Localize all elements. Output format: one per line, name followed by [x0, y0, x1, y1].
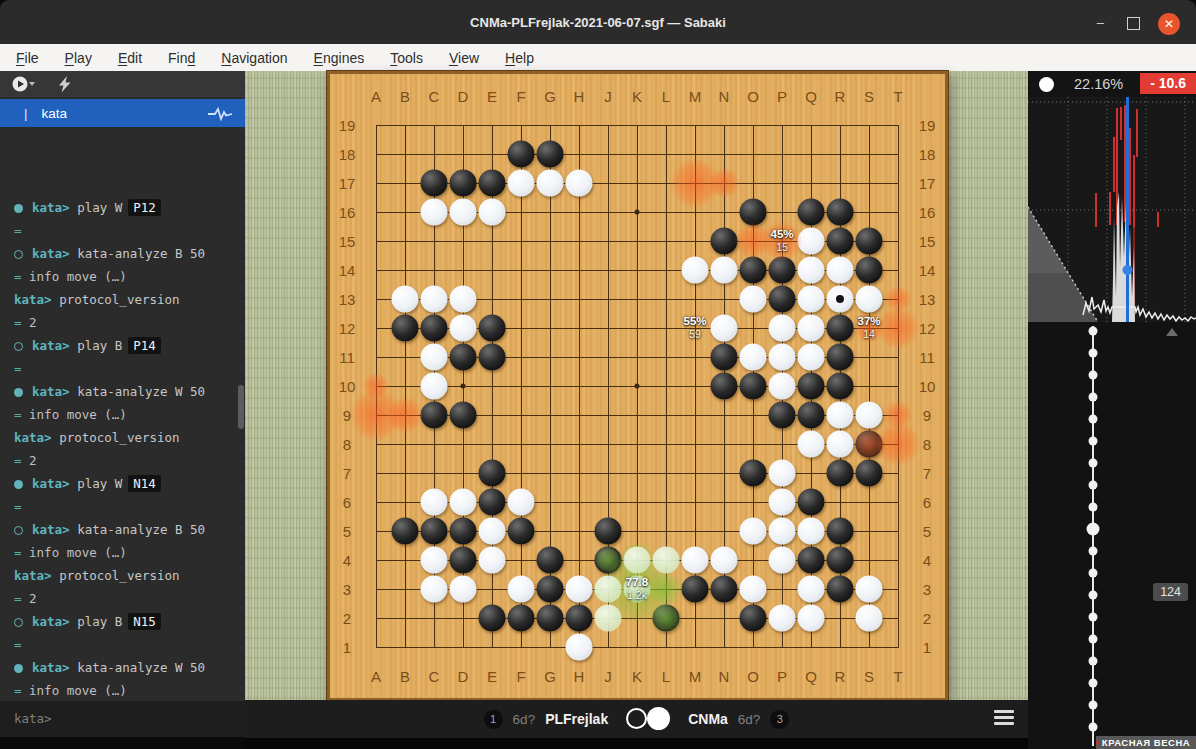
- console-input[interactable]: kata>: [0, 701, 245, 737]
- coord-left-label: 8: [343, 436, 351, 453]
- coord-bottom-label: M: [689, 668, 702, 685]
- black-stone-S7[interactable]: [856, 460, 883, 487]
- current-player-toggle[interactable]: [624, 706, 672, 732]
- black-stone-E2[interactable]: [479, 605, 506, 632]
- engine-name: kata: [41, 106, 67, 121]
- coord-bottom-label: A: [371, 668, 381, 685]
- console-line: = info move (…): [0, 541, 245, 564]
- white-stone-C16[interactable]: [421, 199, 448, 226]
- coord-right-label: 7: [923, 465, 931, 482]
- black-stone-B12[interactable]: [392, 315, 419, 342]
- watermark-dot: [1096, 741, 1100, 745]
- coord-bottom-label: K: [632, 668, 642, 685]
- black-stone-R15[interactable]: [827, 228, 854, 255]
- menu-file[interactable]: File: [16, 50, 39, 66]
- coord-top-label: R: [835, 88, 846, 105]
- white-stone-C11[interactable]: [421, 344, 448, 371]
- white-to-move-icon: [1039, 77, 1054, 92]
- white-stone-Q2[interactable]: [798, 605, 825, 632]
- black-stone-R5[interactable]: [827, 518, 854, 545]
- black-stone-J4[interactable]: [595, 547, 622, 574]
- coord-right-label: 13: [919, 291, 936, 308]
- black-stone-bullet-icon: [14, 204, 23, 213]
- tree-node[interactable]: [1089, 481, 1098, 490]
- menu-view[interactable]: View: [449, 50, 479, 66]
- white-stone-E16[interactable]: [479, 199, 506, 226]
- coord-right-label: 19: [919, 117, 936, 134]
- white-stone-R8[interactable]: [827, 431, 854, 458]
- black-stone-Q6[interactable]: [798, 489, 825, 516]
- white-stone-P2[interactable]: [769, 605, 796, 632]
- watermark: КРАСНАЯ ВЕСНА: [1096, 736, 1196, 749]
- black-player-name: PLFrejlak: [545, 711, 608, 727]
- coord-bottom-label: F: [516, 668, 525, 685]
- star-point: [635, 384, 640, 389]
- white-stone-P4[interactable]: [769, 547, 796, 574]
- coord-top-label: M: [689, 88, 702, 105]
- tree-node[interactable]: [1089, 723, 1098, 732]
- black-captures-badge: 1: [484, 710, 503, 729]
- coord-right-label: 2: [923, 610, 931, 627]
- coord-left-label: 5: [343, 523, 351, 540]
- black-stone-R11[interactable]: [827, 344, 854, 371]
- black-stone-S15[interactable]: [856, 228, 883, 255]
- coord-right-label: 15: [919, 233, 936, 250]
- white-stone-C6[interactable]: [421, 489, 448, 516]
- gtp-console-log: kata> play WP12=kata> kata-analyze B 50=…: [0, 196, 245, 702]
- star-point: [461, 384, 466, 389]
- black-stone-Q10[interactable]: [798, 373, 825, 400]
- tree-node[interactable]: [1089, 701, 1098, 710]
- tree-node[interactable]: [1089, 459, 1098, 468]
- white-stone-F3[interactable]: [508, 576, 535, 603]
- white-player-name: CNMa: [688, 711, 728, 727]
- analysis-panel: 22.16% - 10.6: [1028, 71, 1196, 749]
- console-line: kata> protocol_version: [0, 564, 245, 587]
- white-stone-G17[interactable]: [537, 170, 564, 197]
- white-stone-H17[interactable]: [566, 170, 593, 197]
- tree-node[interactable]: [1089, 371, 1098, 380]
- coord-left-label: 13: [339, 291, 356, 308]
- ghost-move-J3[interactable]: [595, 576, 622, 603]
- ghost-move-L4[interactable]: [653, 547, 680, 574]
- white-stone-Q15[interactable]: [798, 228, 825, 255]
- coord-top-label: D: [458, 88, 469, 105]
- white-stone-C4[interactable]: [421, 547, 448, 574]
- coord-top-label: N: [719, 88, 730, 105]
- black-stone-C17[interactable]: [421, 170, 448, 197]
- white-stone-E4[interactable]: [479, 547, 506, 574]
- black-stone-O16[interactable]: [740, 199, 767, 226]
- white-stone-C10[interactable]: [421, 373, 448, 400]
- engine-console-panel: | kata kata> play WP12=kata> kata-analyz…: [0, 71, 245, 737]
- title-bar: CNMa-PLFrejlak-2021-06-07.sgf — Sabaki –…: [0, 0, 1196, 44]
- black-stone-D9[interactable]: [450, 402, 477, 429]
- black-stone-O7[interactable]: [740, 460, 767, 487]
- coord-bottom-label: J: [604, 668, 612, 685]
- coord-bottom-label: O: [747, 668, 759, 685]
- coord-left-label: 1: [343, 639, 351, 656]
- white-stone-P7[interactable]: [769, 460, 796, 487]
- white-stone-D13[interactable]: [450, 286, 477, 313]
- winrate-value: 22.16%: [1074, 76, 1123, 92]
- player-bar: 1 6d? PLFrejlak CNMa 6d? 3: [245, 700, 1028, 738]
- coord-left-label: 18: [339, 146, 356, 163]
- white-stone-P5[interactable]: [769, 518, 796, 545]
- coord-bottom-label: S: [864, 668, 874, 685]
- coord-top-label: H: [574, 88, 585, 105]
- white-stone-R9[interactable]: [827, 402, 854, 429]
- tree-node[interactable]: [1089, 349, 1098, 358]
- coord-right-label: 10: [919, 378, 936, 395]
- coord-top-label: C: [429, 88, 440, 105]
- console-line: =: [0, 633, 245, 656]
- engine-list-item-kata[interactable]: | kata: [0, 99, 245, 127]
- sabaki-window: CNMa-PLFrejlak-2021-06-07.sgf — Sabaki –…: [0, 0, 1196, 749]
- coord-right-label: 14: [919, 262, 936, 279]
- white-stone-R14[interactable]: [827, 257, 854, 284]
- white-stone-Q12[interactable]: [798, 315, 825, 342]
- console-line: kata> kata-analyze B 50: [0, 518, 245, 541]
- black-stone-G2[interactable]: [537, 605, 564, 632]
- white-stone-bullet-icon: [14, 526, 23, 535]
- console-line: = 2: [0, 311, 245, 334]
- white-stone-S9[interactable]: [856, 402, 883, 429]
- black-stone-F2[interactable]: [508, 605, 535, 632]
- coord-top-label: S: [864, 88, 874, 105]
- coord-bottom-label: B: [400, 668, 410, 685]
- coord-top-label: P: [777, 88, 787, 105]
- console-line: = info move (…): [0, 265, 245, 288]
- tree-node[interactable]: [1089, 503, 1098, 512]
- black-stone-H2[interactable]: [566, 605, 593, 632]
- grid-line: [376, 473, 899, 474]
- goban[interactable]: AA1919BB1818CC1717DD1616EE1515FF1414GG13…: [327, 71, 948, 701]
- black-stone-D4[interactable]: [450, 547, 477, 574]
- black-stone-C12[interactable]: [421, 315, 448, 342]
- engine-prefix: |: [24, 106, 27, 121]
- tree-node[interactable]: [1089, 393, 1098, 402]
- black-stone-D5[interactable]: [450, 518, 477, 545]
- black-stone-R7[interactable]: [827, 460, 854, 487]
- console-line: kata> protocol_version: [0, 288, 245, 311]
- menu-find[interactable]: Find: [168, 50, 195, 66]
- coord-bottom-label: N: [719, 668, 730, 685]
- start-engine-button[interactable]: [12, 76, 36, 92]
- black-stone-P14[interactable]: [769, 257, 796, 284]
- white-stone-N12[interactable]: [711, 315, 738, 342]
- coord-left-label: 4: [343, 552, 351, 569]
- grid-line: [898, 125, 899, 648]
- move-number-badge: 124: [1153, 583, 1188, 601]
- white-stone-P6[interactable]: [769, 489, 796, 516]
- white-stone-O5[interactable]: [740, 518, 767, 545]
- white-stone-S2[interactable]: [856, 605, 883, 632]
- coord-right-label: 11: [919, 349, 935, 366]
- coord-bottom-label: H: [574, 668, 585, 685]
- white-stone-P10[interactable]: [769, 373, 796, 400]
- close-button[interactable]: ✕: [1158, 13, 1180, 35]
- black-stone-D11[interactable]: [450, 344, 477, 371]
- ghost-move-K4[interactable]: [624, 547, 651, 574]
- black-stone-B5[interactable]: [392, 518, 419, 545]
- black-stone-Q16[interactable]: [798, 199, 825, 226]
- white-stone-N4[interactable]: [711, 547, 738, 574]
- black-stone-E11[interactable]: [479, 344, 506, 371]
- black-stone-F5[interactable]: [508, 518, 535, 545]
- white-stone-bullet-icon: [14, 250, 23, 259]
- game-tree[interactable]: 124: [1028, 322, 1196, 749]
- black-stone-E6[interactable]: [479, 489, 506, 516]
- console-line: kata> kata-analyze W 50: [0, 380, 245, 403]
- menu-help[interactable]: Help: [505, 50, 534, 66]
- last-move-marker: [836, 295, 844, 303]
- white-stone-Q5[interactable]: [798, 518, 825, 545]
- coord-top-label: G: [544, 88, 556, 105]
- tree-node[interactable]: [1089, 679, 1098, 688]
- console-line: kata> play WN14: [0, 472, 245, 495]
- white-stone-D6[interactable]: [450, 489, 477, 516]
- white-stone-N14[interactable]: [711, 257, 738, 284]
- black-stone-L2[interactable]: [653, 605, 680, 632]
- coord-left-label: 19: [339, 117, 356, 134]
- black-stone-O14[interactable]: [740, 257, 767, 284]
- coord-bottom-label: R: [835, 668, 846, 685]
- black-stone-G18[interactable]: [537, 141, 564, 168]
- coord-right-label: 16: [919, 204, 936, 221]
- menu-engines[interactable]: Engines: [314, 50, 365, 66]
- coord-right-label: 18: [919, 146, 936, 163]
- console-line: = info move (…): [0, 403, 245, 426]
- coord-left-label: 14: [339, 262, 356, 279]
- move-coordinate-badge: P14: [128, 337, 161, 354]
- black-stone-bullet-icon: [14, 664, 23, 673]
- white-captures-badge: 3: [770, 710, 789, 729]
- black-stone-O10[interactable]: [740, 373, 767, 400]
- black-stone-C5[interactable]: [421, 518, 448, 545]
- coord-top-label: J: [604, 88, 612, 105]
- white-stone-M4[interactable]: [682, 547, 709, 574]
- black-stone-E7[interactable]: [479, 460, 506, 487]
- black-stone-N10[interactable]: [711, 373, 738, 400]
- coord-top-label: F: [516, 88, 525, 105]
- coord-left-label: 11: [339, 349, 355, 366]
- coord-top-label: K: [632, 88, 642, 105]
- black-stone-R16[interactable]: [827, 199, 854, 226]
- tree-node[interactable]: [1089, 547, 1098, 556]
- black-rank: 6d?: [513, 712, 536, 727]
- coord-bottom-label: L: [662, 668, 670, 685]
- white-stone-D12[interactable]: [450, 315, 477, 342]
- white-stone-Q14[interactable]: [798, 257, 825, 284]
- white-stone-Q11[interactable]: [798, 344, 825, 371]
- black-stone-N3[interactable]: [711, 576, 738, 603]
- console-line: = 2: [0, 587, 245, 610]
- white-stone-P11[interactable]: [769, 344, 796, 371]
- white-stone-P12[interactable]: [769, 315, 796, 342]
- coord-top-label: T: [893, 88, 902, 105]
- black-stone-O2[interactable]: [740, 605, 767, 632]
- black-stone-bullet-icon: [14, 388, 23, 397]
- lightning-icon[interactable]: [58, 76, 72, 93]
- tree-node[interactable]: [1089, 657, 1098, 666]
- menu-icon[interactable]: [994, 710, 1014, 725]
- coord-top-label: O: [747, 88, 759, 105]
- white-stone-O13[interactable]: [740, 286, 767, 313]
- menu-tools[interactable]: Tools: [390, 50, 423, 66]
- black-stone-bullet-icon: [14, 480, 23, 489]
- black-stone-Q4[interactable]: [798, 547, 825, 574]
- menu-navigation[interactable]: Navigation: [221, 50, 287, 66]
- black-stone-S14[interactable]: [856, 257, 883, 284]
- black-stone-N11[interactable]: [711, 344, 738, 371]
- coord-top-label: L: [662, 88, 670, 105]
- black-stone-E12[interactable]: [479, 315, 506, 342]
- white-stone-C13[interactable]: [421, 286, 448, 313]
- white-stone-Q13[interactable]: [798, 286, 825, 313]
- coord-top-label: A: [371, 88, 381, 105]
- collapse-arrow-icon[interactable]: [1166, 328, 1178, 336]
- coord-left-label: 12: [339, 320, 356, 337]
- grid-line: [869, 125, 870, 648]
- window-title: CNMa-PLFrejlak-2021-06-07.sgf — Sabaki: [470, 15, 726, 30]
- white-stone-B13[interactable]: [392, 286, 419, 313]
- white-stone-S3[interactable]: [856, 576, 883, 603]
- console-scrollbar[interactable]: [238, 385, 244, 429]
- coord-bottom-label: G: [544, 668, 556, 685]
- white-stone-S13[interactable]: [856, 286, 883, 313]
- white-stone-D16[interactable]: [450, 199, 477, 226]
- winrate-header: 22.16% - 10.6: [1028, 71, 1196, 97]
- winrate-graph[interactable]: [1028, 97, 1196, 322]
- coord-bottom-label: D: [458, 668, 469, 685]
- move-coordinate-badge: P12: [128, 199, 161, 216]
- black-stone-E17[interactable]: [479, 170, 506, 197]
- coord-left-label: 7: [343, 465, 351, 482]
- tree-node[interactable]: [1089, 613, 1098, 622]
- white-stone-O3[interactable]: [740, 576, 767, 603]
- white-stone-F6[interactable]: [508, 489, 535, 516]
- coord-right-label: 17: [919, 175, 936, 192]
- white-stone-icon: [647, 707, 670, 730]
- tree-node[interactable]: [1089, 569, 1098, 578]
- white-stone-C3[interactable]: [421, 576, 448, 603]
- coord-left-label: 15: [339, 233, 356, 250]
- black-stone-R4[interactable]: [827, 547, 854, 574]
- coord-left-label: 16: [339, 204, 356, 221]
- black-stone-R10[interactable]: [827, 373, 854, 400]
- console-line: =: [0, 357, 245, 380]
- coord-bottom-label: T: [893, 668, 902, 685]
- black-stone-R3[interactable]: [827, 576, 854, 603]
- ghost-move-J2[interactable]: [595, 605, 622, 632]
- console-line: kata> kata-analyze B 50: [0, 242, 245, 265]
- console-line: kata> play WP12: [0, 196, 245, 219]
- white-stone-Q8[interactable]: [798, 431, 825, 458]
- best-move-circle-K3[interactable]: [624, 576, 651, 603]
- white-stone-E5[interactable]: [479, 518, 506, 545]
- black-stone-P13[interactable]: [769, 286, 796, 313]
- tree-node[interactable]: [1089, 415, 1098, 424]
- black-stone-G3[interactable]: [537, 576, 564, 603]
- coord-right-label: 5: [923, 523, 931, 540]
- console-line: kata> protocol_version: [0, 426, 245, 449]
- coord-right-label: 8: [923, 436, 931, 453]
- console-line: =: [0, 219, 245, 242]
- black-stone-M3[interactable]: [682, 576, 709, 603]
- black-stone-P9[interactable]: [769, 402, 796, 429]
- coord-bottom-label: C: [429, 668, 440, 685]
- coord-right-label: 12: [919, 320, 936, 337]
- move-coordinate-badge: N14: [128, 475, 161, 492]
- white-stone-H1[interactable]: [566, 634, 593, 661]
- board-area: AA1919BB1818CC1717DD1616EE1515FF1414GG13…: [245, 71, 1028, 749]
- white-stone-O11[interactable]: [740, 344, 767, 371]
- black-stone-G4[interactable]: [537, 547, 564, 574]
- menu-bar: FilePlayEditFindNavigationEnginesToolsVi…: [0, 44, 1196, 71]
- white-stone-D3[interactable]: [450, 576, 477, 603]
- black-stone-Q9[interactable]: [798, 402, 825, 429]
- coord-top-label: E: [487, 88, 497, 105]
- tree-node[interactable]: [1089, 437, 1098, 446]
- coord-top-label: Q: [805, 88, 817, 105]
- menu-edit[interactable]: Edit: [118, 50, 142, 66]
- coord-top-label: B: [400, 88, 410, 105]
- white-stone-M14[interactable]: [682, 257, 709, 284]
- tree-node[interactable]: [1089, 327, 1098, 336]
- black-stone-F18[interactable]: [508, 141, 535, 168]
- console-line: kata> kata-analyze W 50: [0, 656, 245, 679]
- white-stone-bullet-icon: [14, 342, 23, 351]
- maximize-button[interactable]: [1127, 17, 1140, 30]
- coord-left-label: 2: [343, 610, 351, 627]
- white-stone-H3[interactable]: [566, 576, 593, 603]
- coord-bottom-label: Q: [805, 668, 817, 685]
- black-stone-S8[interactable]: [856, 431, 883, 458]
- move-coordinate-badge: N15: [128, 613, 161, 630]
- minimize-button[interactable]: –: [1097, 16, 1104, 29]
- console-line: kata> play BP14: [0, 334, 245, 357]
- white-stone-F17[interactable]: [508, 170, 535, 197]
- engine-activity-icon: [207, 107, 233, 121]
- star-point: [635, 210, 640, 215]
- score-lead-badge: - 10.6: [1140, 73, 1196, 94]
- black-stone-icon: [626, 708, 647, 729]
- console-line: = info move (…): [0, 679, 245, 702]
- console-line: = 2: [0, 449, 245, 472]
- engine-toolbar: [0, 71, 245, 97]
- black-stone-J5[interactable]: [595, 518, 622, 545]
- coord-right-label: 4: [923, 552, 931, 569]
- tree-node[interactable]: [1089, 635, 1098, 644]
- tree-node-current[interactable]: [1087, 523, 1100, 536]
- coord-left-label: 10: [339, 378, 356, 395]
- black-stone-R12[interactable]: [827, 315, 854, 342]
- tree-node[interactable]: [1089, 591, 1098, 600]
- white-stone-Q3[interactable]: [798, 576, 825, 603]
- coord-right-label: 3: [923, 581, 931, 598]
- console-line: =: [0, 495, 245, 518]
- coord-left-label: 6: [343, 494, 351, 511]
- coord-left-label: 9: [343, 407, 351, 424]
- menu-play[interactable]: Play: [65, 50, 92, 66]
- black-stone-D17[interactable]: [450, 170, 477, 197]
- coord-right-label: 1: [923, 639, 931, 656]
- coord-right-label: 9: [923, 407, 931, 424]
- black-stone-C9[interactable]: [421, 402, 448, 429]
- coord-left-label: 3: [343, 581, 351, 598]
- black-stone-N15[interactable]: [711, 228, 738, 255]
